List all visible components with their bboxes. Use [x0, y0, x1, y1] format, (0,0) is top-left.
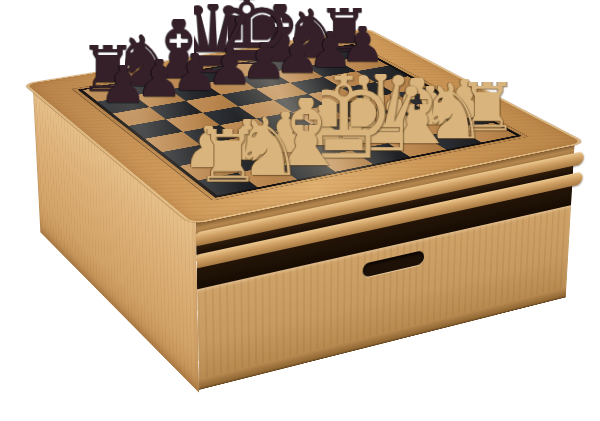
product-photo-chess-box: ♜♞♝♛♚♝♞♜♟♟♟♟♟♟♟♟♟♟♟♟♟♟♟♟♜♞♝♚♛♝♞♜ — [0, 0, 600, 421]
drawer-handle-cutout — [363, 250, 425, 278]
